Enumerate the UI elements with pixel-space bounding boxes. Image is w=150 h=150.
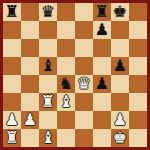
- square-g5[interactable]: ♟: [111, 57, 129, 75]
- square-d2[interactable]: [57, 111, 75, 129]
- square-f7[interactable]: ♟: [93, 21, 111, 39]
- square-a1[interactable]: ♜: [3, 129, 21, 147]
- square-h1[interactable]: [129, 129, 147, 147]
- square-d5[interactable]: [57, 57, 75, 75]
- square-h3[interactable]: [129, 93, 147, 111]
- square-a3[interactable]: [3, 93, 21, 111]
- square-a4[interactable]: [3, 75, 21, 93]
- square-e4[interactable]: ♛: [75, 75, 93, 93]
- square-e2[interactable]: [75, 111, 93, 129]
- square-g7[interactable]: [111, 21, 129, 39]
- square-a8[interactable]: ♜: [3, 3, 21, 21]
- piece-black-pawn: ♟: [93, 75, 111, 93]
- square-d8[interactable]: [57, 3, 75, 21]
- square-h2[interactable]: [129, 111, 147, 129]
- square-h8[interactable]: [129, 3, 147, 21]
- square-g6[interactable]: [111, 39, 129, 57]
- piece-white-queen: ♛: [75, 75, 93, 93]
- square-g4[interactable]: [111, 75, 129, 93]
- square-a7[interactable]: [3, 21, 21, 39]
- square-g1[interactable]: ♚: [111, 129, 129, 147]
- square-f1[interactable]: [93, 129, 111, 147]
- square-e1[interactable]: [75, 129, 93, 147]
- square-e8[interactable]: [75, 3, 93, 21]
- piece-black-pawn: ♟: [111, 57, 129, 75]
- square-b5[interactable]: [21, 57, 39, 75]
- chess-board: ♜♛♜♚♟♝♟♞♛♟♜♝♟♟♟♜♝♚: [3, 3, 147, 147]
- piece-white-bishop: ♝: [39, 129, 57, 147]
- square-c1[interactable]: ♝: [39, 129, 57, 147]
- piece-black-rook: ♜: [3, 3, 21, 21]
- square-f2[interactable]: [93, 111, 111, 129]
- square-h4[interactable]: [129, 75, 147, 93]
- square-c7[interactable]: [39, 21, 57, 39]
- square-a5[interactable]: [3, 57, 21, 75]
- piece-white-bishop: ♝: [57, 93, 75, 111]
- square-d1[interactable]: [57, 129, 75, 147]
- square-e3[interactable]: [75, 93, 93, 111]
- square-h5[interactable]: [129, 57, 147, 75]
- square-f6[interactable]: [93, 39, 111, 57]
- square-b2[interactable]: ♟: [21, 111, 39, 129]
- piece-white-pawn: ♟: [111, 111, 129, 129]
- square-d6[interactable]: [57, 39, 75, 57]
- square-g8[interactable]: ♚: [111, 3, 129, 21]
- square-g2[interactable]: ♟: [111, 111, 129, 129]
- piece-black-knight: ♞: [57, 75, 75, 93]
- square-a2[interactable]: ♟: [3, 111, 21, 129]
- square-c3[interactable]: ♜: [39, 93, 57, 111]
- square-d4[interactable]: ♞: [57, 75, 75, 93]
- square-e5[interactable]: [75, 57, 93, 75]
- square-b6[interactable]: [21, 39, 39, 57]
- square-f8[interactable]: ♜: [93, 3, 111, 21]
- square-c5[interactable]: ♝: [39, 57, 57, 75]
- square-b1[interactable]: [21, 129, 39, 147]
- piece-black-pawn: ♟: [93, 21, 111, 39]
- square-b3[interactable]: [21, 93, 39, 111]
- square-g3[interactable]: [111, 93, 129, 111]
- square-d3[interactable]: ♝: [57, 93, 75, 111]
- square-c8[interactable]: ♛: [39, 3, 57, 21]
- square-c6[interactable]: [39, 39, 57, 57]
- square-h7[interactable]: [129, 21, 147, 39]
- square-d7[interactable]: [57, 21, 75, 39]
- piece-white-rook: ♜: [3, 129, 21, 147]
- square-h6[interactable]: [129, 39, 147, 57]
- square-c2[interactable]: [39, 111, 57, 129]
- board-frame: ♜♛♜♚♟♝♟♞♛♟♜♝♟♟♟♜♝♚: [0, 0, 150, 150]
- piece-white-king: ♚: [111, 129, 129, 147]
- square-b7[interactable]: [21, 21, 39, 39]
- square-e7[interactable]: [75, 21, 93, 39]
- square-f4[interactable]: ♟: [93, 75, 111, 93]
- piece-black-queen: ♛: [39, 3, 57, 21]
- piece-white-pawn: ♟: [21, 111, 39, 129]
- piece-white-pawn: ♟: [3, 111, 21, 129]
- square-b4[interactable]: [21, 75, 39, 93]
- square-e6[interactable]: [75, 39, 93, 57]
- square-a6[interactable]: [3, 39, 21, 57]
- piece-white-rook: ♜: [39, 93, 57, 111]
- piece-black-rook: ♜: [93, 3, 111, 21]
- square-f5[interactable]: [93, 57, 111, 75]
- square-f3[interactable]: [93, 93, 111, 111]
- piece-black-king: ♚: [111, 3, 129, 21]
- square-b8[interactable]: [21, 3, 39, 21]
- square-c4[interactable]: [39, 75, 57, 93]
- piece-black-bishop: ♝: [39, 57, 57, 75]
